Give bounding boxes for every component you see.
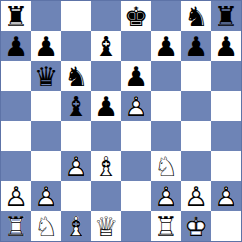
square-b1[interactable]: ♞♘ [31, 211, 61, 241]
square-f4[interactable] [151, 121, 181, 151]
square-e8[interactable]: ♚ [121, 1, 151, 31]
square-e3[interactable] [121, 151, 151, 181]
black-pawn: ♟ [181, 31, 211, 61]
square-c1[interactable]: ♝♗ [61, 211, 91, 241]
square-d7[interactable]: ♝ [91, 31, 121, 61]
square-a3[interactable] [1, 151, 31, 181]
square-c6[interactable]: ♞ [61, 61, 91, 91]
square-e7[interactable] [121, 31, 151, 61]
square-a5[interactable] [1, 91, 31, 121]
white-pawn: ♟♙ [31, 181, 61, 211]
square-a4[interactable] [1, 121, 31, 151]
white-pawn: ♟♙ [121, 91, 151, 121]
square-f7[interactable]: ♟ [151, 31, 181, 61]
square-d6[interactable] [91, 61, 121, 91]
square-a8[interactable]: ♜ [1, 1, 31, 31]
square-e5[interactable]: ♟♙ [121, 91, 151, 121]
chess-board: ♜♚♞♜♟♟♝♟♟♟♛♞♟♝♟♟♙♟♙♝♗♞♘♟♙♟♙♟♙♟♙♟♙♜♖♞♘♝♗♛… [0, 0, 242, 242]
square-h2[interactable]: ♟♙ [211, 181, 241, 211]
square-g1[interactable]: ♚♔ [181, 211, 211, 241]
square-b4[interactable] [31, 121, 61, 151]
square-g2[interactable]: ♟♙ [181, 181, 211, 211]
white-pawn: ♟♙ [1, 181, 31, 211]
square-f2[interactable]: ♟♙ [151, 181, 181, 211]
square-b3[interactable] [31, 151, 61, 181]
white-bishop: ♝♗ [91, 151, 121, 181]
square-f8[interactable] [151, 1, 181, 31]
black-pawn: ♟ [91, 91, 121, 121]
square-h6[interactable] [211, 61, 241, 91]
black-pawn: ♟ [31, 31, 61, 61]
black-pawn: ♟ [121, 61, 151, 91]
square-c5[interactable]: ♝ [61, 91, 91, 121]
black-rook: ♜ [211, 1, 241, 31]
square-g3[interactable] [181, 151, 211, 181]
square-d1[interactable]: ♛♕ [91, 211, 121, 241]
square-g5[interactable] [181, 91, 211, 121]
square-a6[interactable] [1, 61, 31, 91]
square-a2[interactable]: ♟♙ [1, 181, 31, 211]
black-pawn: ♟ [1, 31, 31, 61]
square-c4[interactable] [61, 121, 91, 151]
white-pawn: ♟♙ [211, 181, 241, 211]
square-e1[interactable] [121, 211, 151, 241]
square-c3[interactable]: ♟♙ [61, 151, 91, 181]
square-g8[interactable]: ♞ [181, 1, 211, 31]
square-g4[interactable] [181, 121, 211, 151]
square-c7[interactable] [61, 31, 91, 61]
square-d2[interactable] [91, 181, 121, 211]
square-g6[interactable] [181, 61, 211, 91]
white-pawn: ♟♙ [61, 151, 91, 181]
square-a7[interactable]: ♟ [1, 31, 31, 61]
square-h1[interactable] [211, 211, 241, 241]
black-rook: ♜ [1, 1, 31, 31]
white-queen: ♛♕ [91, 211, 121, 241]
square-d8[interactable] [91, 1, 121, 31]
square-g7[interactable]: ♟ [181, 31, 211, 61]
square-a1[interactable]: ♜♖ [1, 211, 31, 241]
black-king: ♚ [121, 1, 151, 31]
black-pawn: ♟ [151, 31, 181, 61]
white-knight: ♞♘ [31, 211, 61, 241]
black-bishop: ♝ [61, 91, 91, 121]
square-h4[interactable] [211, 121, 241, 151]
black-queen: ♛ [31, 61, 61, 91]
white-knight: ♞♘ [151, 151, 181, 181]
square-f6[interactable] [151, 61, 181, 91]
square-c2[interactable] [61, 181, 91, 211]
square-d3[interactable]: ♝♗ [91, 151, 121, 181]
white-pawn: ♟♙ [151, 181, 181, 211]
square-e2[interactable] [121, 181, 151, 211]
square-b6[interactable]: ♛ [31, 61, 61, 91]
square-f1[interactable]: ♜♖ [151, 211, 181, 241]
square-f5[interactable] [151, 91, 181, 121]
square-e6[interactable]: ♟ [121, 61, 151, 91]
white-rook: ♜♖ [151, 211, 181, 241]
square-b2[interactable]: ♟♙ [31, 181, 61, 211]
square-b7[interactable]: ♟ [31, 31, 61, 61]
black-knight: ♞ [181, 1, 211, 31]
white-bishop: ♝♗ [61, 211, 91, 241]
square-d4[interactable] [91, 121, 121, 151]
square-f3[interactable]: ♞♘ [151, 151, 181, 181]
square-c8[interactable] [61, 1, 91, 31]
square-e4[interactable] [121, 121, 151, 151]
square-h8[interactable]: ♜ [211, 1, 241, 31]
square-h3[interactable] [211, 151, 241, 181]
black-knight: ♞ [61, 61, 91, 91]
white-pawn: ♟♙ [181, 181, 211, 211]
white-king: ♚♔ [181, 211, 211, 241]
square-d5[interactable]: ♟ [91, 91, 121, 121]
square-h7[interactable]: ♟ [211, 31, 241, 61]
black-bishop: ♝ [91, 31, 121, 61]
square-h5[interactable] [211, 91, 241, 121]
white-rook: ♜♖ [1, 211, 31, 241]
black-pawn: ♟ [211, 31, 241, 61]
square-b8[interactable] [31, 1, 61, 31]
square-b5[interactable] [31, 91, 61, 121]
